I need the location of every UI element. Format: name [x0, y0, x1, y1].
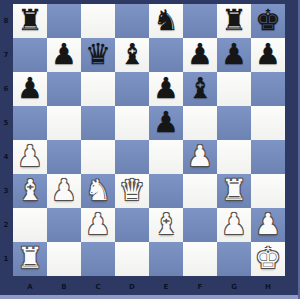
board-right-edge: [298, 0, 300, 299]
piece-white-king[interactable]: ♚: [251, 242, 285, 276]
chess-diagram: ♜♞♜♚♟♛♝♟♟♟♟♟♝♟♟♟♝♟♞♛♜♟♝♟♟♜♚ 87654321 ABC…: [0, 0, 300, 299]
piece-white-pawn[interactable]: ♟: [217, 208, 251, 242]
square-c7[interactable]: ♛: [81, 38, 115, 72]
rank-label-6: 6: [0, 72, 12, 106]
square-c2[interactable]: ♟: [81, 208, 115, 242]
square-f1[interactable]: [183, 242, 217, 276]
file-label-a: A: [13, 281, 47, 293]
square-e4[interactable]: [149, 140, 183, 174]
square-a6[interactable]: ♟: [13, 72, 47, 106]
square-h4[interactable]: [251, 140, 285, 174]
square-b7[interactable]: ♟: [47, 38, 81, 72]
piece-white-rook[interactable]: ♜: [217, 174, 251, 208]
square-f6[interactable]: ♝: [183, 72, 217, 106]
piece-white-pawn[interactable]: ♟: [47, 174, 81, 208]
square-c8[interactable]: [81, 4, 115, 38]
square-c1[interactable]: [81, 242, 115, 276]
piece-black-pawn[interactable]: ♟: [47, 38, 81, 72]
rank-label-7: 7: [0, 38, 12, 72]
square-c3[interactable]: ♞: [81, 174, 115, 208]
piece-black-rook[interactable]: ♜: [217, 4, 251, 38]
rank-label-4: 4: [0, 140, 12, 174]
rank-label-8: 8: [0, 4, 12, 38]
square-b2[interactable]: [47, 208, 81, 242]
square-b4[interactable]: [47, 140, 81, 174]
square-h2[interactable]: ♟: [251, 208, 285, 242]
piece-black-pawn[interactable]: ♟: [217, 38, 251, 72]
rank-label-1: 1: [0, 242, 12, 276]
square-h6[interactable]: [251, 72, 285, 106]
square-f2[interactable]: [183, 208, 217, 242]
square-a4[interactable]: ♟: [13, 140, 47, 174]
square-a5[interactable]: [13, 106, 47, 140]
square-f8[interactable]: [183, 4, 217, 38]
piece-black-pawn[interactable]: ♟: [13, 72, 47, 106]
square-h3[interactable]: [251, 174, 285, 208]
square-d1[interactable]: [115, 242, 149, 276]
square-b1[interactable]: [47, 242, 81, 276]
square-e1[interactable]: [149, 242, 183, 276]
piece-white-pawn[interactable]: ♟: [81, 208, 115, 242]
file-label-h: H: [251, 281, 285, 293]
piece-white-bishop[interactable]: ♝: [13, 174, 47, 208]
square-g2[interactable]: ♟: [217, 208, 251, 242]
square-a1[interactable]: ♜: [13, 242, 47, 276]
piece-white-pawn[interactable]: ♟: [183, 140, 217, 174]
square-g5[interactable]: [217, 106, 251, 140]
square-f7[interactable]: ♟: [183, 38, 217, 72]
rank-label-5: 5: [0, 106, 12, 140]
square-c4[interactable]: [81, 140, 115, 174]
piece-white-knight[interactable]: ♞: [81, 174, 115, 208]
file-label-b: B: [47, 281, 81, 293]
square-g3[interactable]: ♜: [217, 174, 251, 208]
piece-black-rook[interactable]: ♜: [13, 4, 47, 38]
piece-white-pawn[interactable]: ♟: [13, 140, 47, 174]
square-g6[interactable]: [217, 72, 251, 106]
square-f5[interactable]: [183, 106, 217, 140]
file-label-e: E: [149, 281, 183, 293]
square-h5[interactable]: [251, 106, 285, 140]
square-e3[interactable]: [149, 174, 183, 208]
square-f3[interactable]: [183, 174, 217, 208]
square-e7[interactable]: [149, 38, 183, 72]
square-b8[interactable]: [47, 4, 81, 38]
piece-black-queen[interactable]: ♛: [81, 38, 115, 72]
square-c6[interactable]: [81, 72, 115, 106]
chess-board: ♜♞♜♚♟♛♝♟♟♟♟♟♝♟♟♟♝♟♞♛♜♟♝♟♟♜♚: [13, 4, 285, 276]
square-e5[interactable]: ♟: [149, 106, 183, 140]
square-h8[interactable]: ♚: [251, 4, 285, 38]
piece-black-king[interactable]: ♚: [251, 4, 285, 38]
square-g1[interactable]: [217, 242, 251, 276]
file-label-g: G: [217, 281, 251, 293]
square-a8[interactable]: ♜: [13, 4, 47, 38]
piece-black-pawn[interactable]: ♟: [149, 106, 183, 140]
piece-black-pawn[interactable]: ♟: [251, 38, 285, 72]
square-b5[interactable]: [47, 106, 81, 140]
file-label-c: C: [81, 281, 115, 293]
square-a3[interactable]: ♝: [13, 174, 47, 208]
square-a2[interactable]: [13, 208, 47, 242]
square-e6[interactable]: ♟: [149, 72, 183, 106]
piece-black-pawn[interactable]: ♟: [183, 38, 217, 72]
square-g7[interactable]: ♟: [217, 38, 251, 72]
square-e2[interactable]: ♝: [149, 208, 183, 242]
square-b3[interactable]: ♟: [47, 174, 81, 208]
square-d8[interactable]: [115, 4, 149, 38]
piece-white-queen[interactable]: ♛: [115, 174, 149, 208]
square-d3[interactable]: ♛: [115, 174, 149, 208]
file-label-d: D: [115, 281, 149, 293]
piece-black-pawn[interactable]: ♟: [149, 72, 183, 106]
piece-black-knight[interactable]: ♞: [149, 4, 183, 38]
square-g8[interactable]: ♜: [217, 4, 251, 38]
square-d2[interactable]: [115, 208, 149, 242]
square-d6[interactable]: [115, 72, 149, 106]
square-a7[interactable]: [13, 38, 47, 72]
piece-black-bishop[interactable]: ♝: [183, 72, 217, 106]
square-g4[interactable]: [217, 140, 251, 174]
piece-white-pawn[interactable]: ♟: [251, 208, 285, 242]
square-d7[interactable]: ♝: [115, 38, 149, 72]
square-c5[interactable]: [81, 106, 115, 140]
piece-white-bishop[interactable]: ♝: [149, 208, 183, 242]
square-d5[interactable]: [115, 106, 149, 140]
board-bottom-edge: [0, 295, 300, 299]
piece-white-rook[interactable]: ♜: [13, 242, 47, 276]
square-d4[interactable]: [115, 140, 149, 174]
rank-label-3: 3: [0, 174, 12, 208]
square-h1[interactable]: ♚: [251, 242, 285, 276]
square-b6[interactable]: [47, 72, 81, 106]
square-e8[interactable]: ♞: [149, 4, 183, 38]
square-h7[interactable]: ♟: [251, 38, 285, 72]
piece-black-bishop[interactable]: ♝: [115, 38, 149, 72]
square-f4[interactable]: ♟: [183, 140, 217, 174]
file-label-f: F: [183, 281, 217, 293]
rank-label-2: 2: [0, 208, 12, 242]
